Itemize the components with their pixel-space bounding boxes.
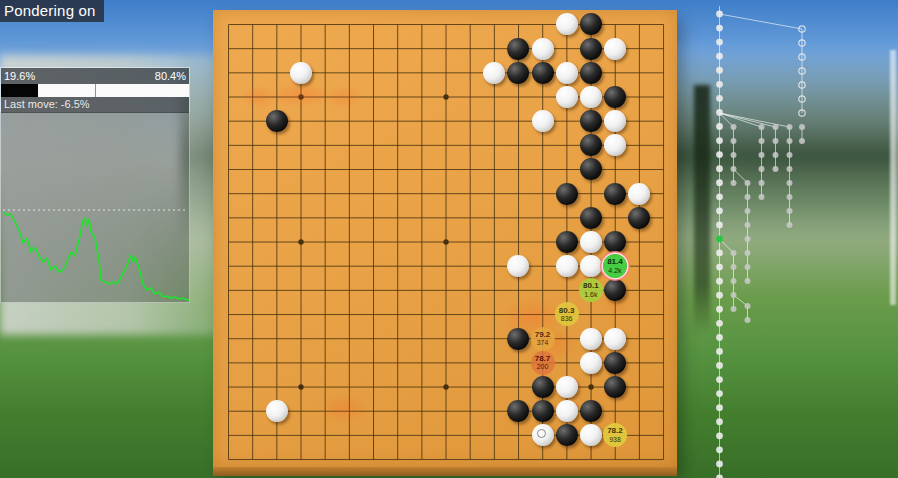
tree-node[interactable] (716, 320, 723, 327)
tree-node[interactable] (716, 278, 723, 285)
black-stone-R10 (604, 231, 626, 253)
black-stone-Q14 (580, 134, 602, 156)
candidate-winrate: 78.7 (535, 355, 551, 363)
candidate-move-Q8[interactable]: 80.11.6k (579, 278, 603, 302)
white-stone-P19 (556, 13, 578, 35)
tree-node[interactable] (716, 39, 723, 46)
white-stone-O2 (532, 424, 554, 446)
winrate-bar-center-tick (95, 84, 96, 97)
white-stone-P16 (556, 86, 578, 108)
tree-node-variation[interactable] (787, 208, 793, 214)
tree-node[interactable] (716, 446, 723, 453)
candidate-move-O5[interactable]: 78.7200 (531, 351, 555, 375)
black-stone-R16 (604, 86, 626, 108)
white-stone-R14 (604, 134, 626, 156)
tree-node[interactable] (716, 390, 723, 397)
tree-node-variation[interactable] (745, 194, 751, 200)
tree-node-variation[interactable] (787, 180, 793, 186)
board-side-edge (213, 467, 677, 476)
variation-tree-panel[interactable] (710, 0, 898, 478)
candidate-winrate: 79.2 (535, 331, 551, 339)
tree-node-variation[interactable] (787, 222, 793, 228)
tree-node-variation[interactable] (745, 317, 751, 323)
tree-node[interactable] (716, 264, 723, 271)
black-stone-N3 (507, 400, 529, 422)
tree-node-variation[interactable] (787, 138, 793, 144)
tree-node[interactable] (716, 376, 723, 383)
tree-node[interactable] (716, 461, 723, 468)
tree-node[interactable] (716, 109, 723, 116)
tree-node-variation[interactable] (731, 278, 737, 284)
tree-node[interactable] (716, 334, 723, 341)
tree-node[interactable] (716, 207, 723, 214)
winrate-bar-white-segment (38, 84, 189, 97)
candidate-move-R2[interactable]: 78.2938 (603, 423, 627, 447)
tree-node[interactable] (716, 151, 723, 158)
tree-node-variation[interactable] (759, 180, 765, 186)
white-stone-R18 (604, 38, 626, 60)
candidate-visits: 938 (609, 436, 621, 443)
black-stone-R5 (604, 352, 626, 374)
candidate-visits: 1.6k (584, 291, 597, 298)
candidate-visits: 200 (537, 363, 549, 370)
tree-node-variation[interactable] (731, 166, 737, 172)
winrate-panel: 19.6% 80.4% Last move: -6.5% (0, 67, 190, 113)
black-stone-P12 (556, 183, 578, 205)
tree-node[interactable] (716, 11, 723, 18)
white-stone-Q10 (580, 231, 602, 253)
black-stone-N6 (507, 328, 529, 350)
tree-node-variation[interactable] (731, 180, 737, 186)
tree-node[interactable] (716, 250, 723, 257)
black-stone-P10 (556, 231, 578, 253)
tree-node-variation[interactable] (773, 166, 779, 172)
candidate-move-R9[interactable]: 81.44.2k (603, 254, 627, 278)
tree-node-variation[interactable] (731, 292, 737, 298)
tree-node[interactable] (716, 193, 723, 200)
tree-node[interactable] (716, 418, 723, 425)
candidate-visits: 374 (537, 339, 549, 346)
tree-node-variation[interactable] (731, 124, 737, 130)
winrate-graph (1, 112, 189, 301)
black-stone-Q15 (580, 110, 602, 132)
last-move-delta: Last move: -6.5% (1, 97, 189, 113)
candidate-visits: 4.2k (608, 267, 621, 274)
tree-node-variation[interactable] (759, 166, 765, 172)
black-stone-P2 (556, 424, 578, 446)
tree-node-variation[interactable] (787, 194, 793, 200)
tree-node-variation[interactable] (745, 236, 751, 242)
tree-node-current[interactable] (716, 236, 723, 243)
tree-node-variation[interactable] (759, 152, 765, 158)
tree-node-variation[interactable] (759, 138, 765, 144)
tree-node[interactable] (716, 222, 723, 229)
tree-node-variation[interactable] (773, 124, 779, 130)
tree-node-variation[interactable] (745, 208, 751, 214)
black-stone-N17 (507, 62, 529, 84)
white-stone-O15 (532, 110, 554, 132)
tree-node-variation[interactable] (745, 180, 751, 186)
tree-node[interactable] (716, 53, 723, 60)
black-stone-O4 (532, 376, 554, 398)
pondering-status: Pondering on (0, 0, 104, 22)
tree-node-variation[interactable] (799, 138, 805, 144)
white-stone-D17 (290, 62, 312, 84)
tree-node-variation[interactable] (745, 222, 751, 228)
tree-node-variation[interactable] (759, 194, 765, 200)
white-stone-O18 (532, 38, 554, 60)
white-stone-M17 (483, 62, 505, 84)
tree-node-variation[interactable] (731, 138, 737, 144)
tree-node[interactable] (716, 292, 723, 299)
black-stone-Q11 (580, 207, 602, 229)
black-stone-Q3 (580, 400, 602, 422)
tree-node-variation[interactable] (731, 250, 737, 256)
tree-node-variation[interactable] (745, 278, 751, 284)
black-stone-C15 (266, 110, 288, 132)
black-stone-Q17 (580, 62, 602, 84)
tree-node[interactable] (716, 306, 723, 313)
white-stone-Q9 (580, 255, 602, 277)
white-stone-P17 (556, 62, 578, 84)
candidate-winrate: 81.4 (607, 258, 623, 266)
black-winrate-value: 19.6% (4, 70, 35, 82)
candidate-move-O6[interactable]: 79.2374 (531, 327, 555, 351)
tree-node-variation[interactable] (731, 306, 737, 312)
tree-node[interactable] (716, 432, 723, 439)
tree-node[interactable] (716, 95, 723, 102)
tree-node[interactable] (716, 348, 723, 355)
tree-node[interactable] (716, 362, 723, 369)
stones-layer: 81.44.2k80.11.6k80.383679.237478.720078.… (216, 12, 675, 471)
tree-node[interactable] (716, 123, 723, 130)
winrate-bar (1, 84, 189, 97)
white-stone-Q2 (580, 424, 602, 446)
tree-node-variation[interactable] (799, 124, 805, 130)
go-board[interactable]: 81.44.2k80.11.6k80.383679.237478.720078.… (213, 10, 677, 468)
tree-node-variation[interactable] (787, 152, 793, 158)
black-stone-Q19 (580, 13, 602, 35)
black-stone-Q13 (580, 158, 602, 180)
winrate-header: 19.6% 80.4% (1, 68, 189, 84)
tree-node-variation[interactable] (759, 124, 765, 130)
black-stone-N18 (507, 38, 529, 60)
tree-node[interactable] (716, 404, 723, 411)
tree-node-variation[interactable] (731, 152, 737, 158)
black-stone-R8 (604, 279, 626, 301)
candidate-winrate: 80.1 (583, 282, 599, 290)
white-stone-R6 (604, 328, 626, 350)
candidate-winrate: 78.2 (607, 427, 623, 435)
last-move-marker (537, 429, 546, 438)
tree-node-variation[interactable] (773, 138, 779, 144)
tree-node-variation[interactable] (745, 250, 751, 256)
white-stone-N9 (507, 255, 529, 277)
winrate-bar-black-segment (1, 84, 38, 97)
white-stone-Q5 (580, 352, 602, 374)
tree-node[interactable] (716, 179, 723, 186)
white-stone-R15 (604, 110, 626, 132)
white-stone-Q16 (580, 86, 602, 108)
tree-node[interactable] (716, 81, 723, 88)
background-tree-trunk (694, 85, 710, 335)
white-stone-Q6 (580, 328, 602, 350)
black-stone-O17 (532, 62, 554, 84)
tree-node[interactable] (716, 67, 723, 74)
black-stone-O3 (532, 400, 554, 422)
winrate-graph-panel[interactable] (0, 112, 190, 303)
white-stone-P3 (556, 400, 578, 422)
tree-node-variation[interactable] (745, 264, 751, 270)
candidate-move-P7[interactable]: 80.3836 (555, 302, 579, 326)
white-stone-C3 (266, 400, 288, 422)
winrate-line (3, 212, 189, 300)
tree-node[interactable] (716, 137, 723, 144)
tree-node[interactable] (716, 25, 723, 32)
black-stone-Q18 (580, 38, 602, 60)
tree-node-variation[interactable] (787, 124, 793, 130)
white-winrate-value: 80.4% (155, 70, 186, 82)
white-stone-P4 (556, 376, 578, 398)
white-stone-P9 (556, 255, 578, 277)
candidate-visits: 836 (561, 315, 573, 322)
tree-node-variation[interactable] (731, 264, 737, 270)
tree-node[interactable] (716, 475, 723, 478)
black-stone-R12 (604, 183, 626, 205)
candidate-winrate: 80.3 (559, 307, 575, 315)
tree-node-variation[interactable] (773, 152, 779, 158)
variation-tree (710, 0, 898, 478)
white-stone-S12 (628, 183, 650, 205)
tree-node-variation[interactable] (745, 303, 751, 309)
tree-node[interactable] (716, 165, 723, 172)
tree-node-variation[interactable] (787, 166, 793, 172)
black-stone-R4 (604, 376, 626, 398)
black-stone-S11 (628, 207, 650, 229)
